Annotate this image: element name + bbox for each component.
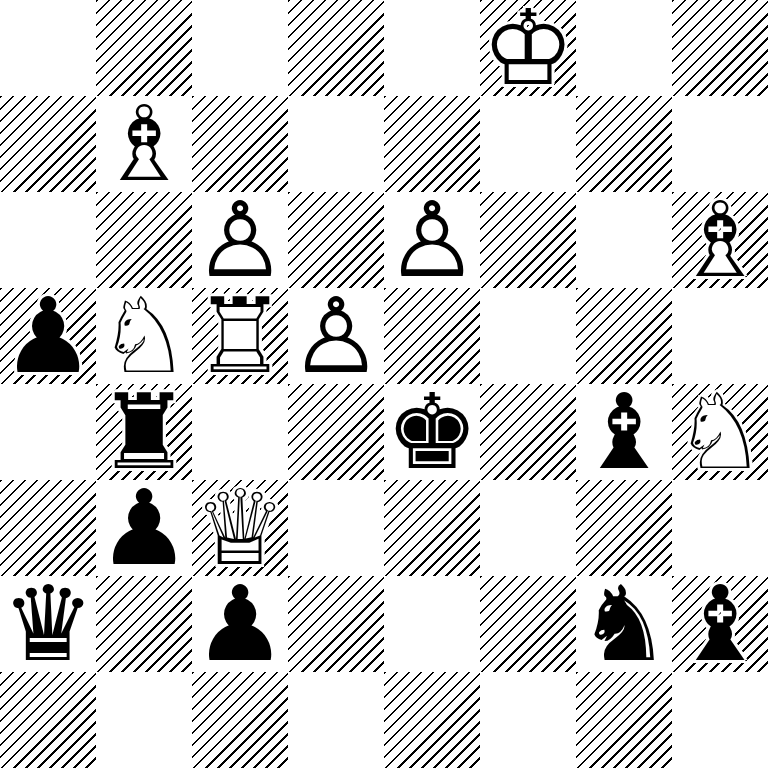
- piece-glyph: ♟: [96, 480, 192, 576]
- square-c3[interactable]: ♛♕: [192, 480, 288, 576]
- white-knight-b5: ♞♘: [96, 288, 192, 384]
- square-h4[interactable]: ♞♘: [672, 384, 768, 480]
- square-d5[interactable]: ♟♙: [288, 288, 384, 384]
- square-e1[interactable]: [384, 672, 480, 768]
- square-a5[interactable]: ♟♟: [0, 288, 96, 384]
- piece-glyph: ♙: [192, 192, 288, 288]
- square-g5[interactable]: [576, 288, 672, 384]
- piece-glyph: ♗: [96, 96, 192, 192]
- square-e7[interactable]: [384, 96, 480, 192]
- white-pawn-d5: ♟♙: [288, 288, 384, 384]
- white-bishop-b7: ♝♗: [96, 96, 192, 192]
- square-b5[interactable]: ♞♘: [96, 288, 192, 384]
- square-c8[interactable]: [192, 0, 288, 96]
- square-d1[interactable]: [288, 672, 384, 768]
- square-c7[interactable]: [192, 96, 288, 192]
- square-a4[interactable]: [0, 384, 96, 480]
- white-bishop-h6: ♝♗: [672, 192, 768, 288]
- square-g1[interactable]: [576, 672, 672, 768]
- square-h3[interactable]: [672, 480, 768, 576]
- black-pawn-c2: ♟♟: [192, 576, 288, 672]
- white-queen-c3: ♛♕: [192, 480, 288, 576]
- square-d3[interactable]: [288, 480, 384, 576]
- square-a1[interactable]: [0, 672, 96, 768]
- white-knight-h4: ♞♘: [672, 384, 768, 480]
- square-e6[interactable]: ♟♙: [384, 192, 480, 288]
- black-queen-a2: ♛♛: [0, 576, 96, 672]
- square-h5[interactable]: [672, 288, 768, 384]
- square-a3[interactable]: [0, 480, 96, 576]
- black-bishop-g4: ♝♝: [576, 384, 672, 480]
- square-b2[interactable]: [96, 576, 192, 672]
- square-e2[interactable]: [384, 576, 480, 672]
- piece-glyph: ♚: [384, 384, 480, 480]
- square-d7[interactable]: [288, 96, 384, 192]
- square-h2[interactable]: ♝♝: [672, 576, 768, 672]
- square-c6[interactable]: ♟♙: [192, 192, 288, 288]
- square-b8[interactable]: [96, 0, 192, 96]
- piece-glyph: ♝: [576, 384, 672, 480]
- square-f3[interactable]: [480, 480, 576, 576]
- square-c4[interactable]: [192, 384, 288, 480]
- square-g6[interactable]: [576, 192, 672, 288]
- black-rook-b4: ♜♜: [96, 384, 192, 480]
- square-a8[interactable]: [0, 0, 96, 96]
- square-h7[interactable]: [672, 96, 768, 192]
- square-g3[interactable]: [576, 480, 672, 576]
- piece-glyph: ♟: [192, 576, 288, 672]
- white-pawn-c6: ♟♙: [192, 192, 288, 288]
- black-pawn-a5: ♟♟: [0, 288, 96, 384]
- square-a7[interactable]: [0, 96, 96, 192]
- piece-glyph: ♜: [96, 384, 192, 480]
- square-b3[interactable]: ♟♟: [96, 480, 192, 576]
- black-knight-g2: ♞♞: [576, 576, 672, 672]
- square-f8[interactable]: ♚♔: [480, 0, 576, 96]
- square-b6[interactable]: [96, 192, 192, 288]
- piece-glyph: ♕: [192, 480, 288, 576]
- square-f7[interactable]: [480, 96, 576, 192]
- square-b7[interactable]: ♝♗: [96, 96, 192, 192]
- square-f5[interactable]: [480, 288, 576, 384]
- piece-glyph: ♝: [672, 576, 768, 672]
- square-d8[interactable]: [288, 0, 384, 96]
- white-king-f8: ♚♔: [480, 0, 576, 96]
- square-d6[interactable]: [288, 192, 384, 288]
- square-g4[interactable]: ♝♝: [576, 384, 672, 480]
- white-pawn-e6: ♟♙: [384, 192, 480, 288]
- square-h8[interactable]: [672, 0, 768, 96]
- square-e3[interactable]: [384, 480, 480, 576]
- piece-glyph: ♛: [0, 576, 96, 672]
- black-king-e4: ♚♚: [384, 384, 480, 480]
- square-e8[interactable]: [384, 0, 480, 96]
- piece-glyph: ♞: [576, 576, 672, 672]
- square-b1[interactable]: [96, 672, 192, 768]
- square-c5[interactable]: ♜♖: [192, 288, 288, 384]
- piece-glyph: ♙: [288, 288, 384, 384]
- square-d2[interactable]: [288, 576, 384, 672]
- square-c2[interactable]: ♟♟: [192, 576, 288, 672]
- square-e4[interactable]: ♚♚: [384, 384, 480, 480]
- square-f6[interactable]: [480, 192, 576, 288]
- white-rook-c5: ♜♖: [192, 288, 288, 384]
- chess-diagram: ♚♔♝♗♟♙♟♙♝♗♟♟♞♘♜♖♟♙♜♜♚♚♝♝♞♘♟♟♛♕♛♛♟♟♞♞♝♝: [0, 0, 768, 768]
- square-g8[interactable]: [576, 0, 672, 96]
- square-e5[interactable]: [384, 288, 480, 384]
- piece-glyph: ♙: [384, 192, 480, 288]
- piece-glyph: ♖: [192, 288, 288, 384]
- square-h6[interactable]: ♝♗: [672, 192, 768, 288]
- piece-glyph: ♘: [96, 288, 192, 384]
- square-c1[interactable]: [192, 672, 288, 768]
- piece-glyph: ♘: [672, 384, 768, 480]
- square-a6[interactable]: [0, 192, 96, 288]
- square-f1[interactable]: [480, 672, 576, 768]
- black-pawn-b3: ♟♟: [96, 480, 192, 576]
- square-h1[interactable]: [672, 672, 768, 768]
- square-g2[interactable]: ♞♞: [576, 576, 672, 672]
- square-g7[interactable]: [576, 96, 672, 192]
- piece-glyph: ♗: [672, 192, 768, 288]
- chess-board: ♚♔♝♗♟♙♟♙♝♗♟♟♞♘♜♖♟♙♜♜♚♚♝♝♞♘♟♟♛♕♛♛♟♟♞♞♝♝: [0, 0, 768, 768]
- square-b4[interactable]: ♜♜: [96, 384, 192, 480]
- black-bishop-h2: ♝♝: [672, 576, 768, 672]
- square-f4[interactable]: [480, 384, 576, 480]
- piece-glyph: ♔: [480, 0, 576, 96]
- square-f2[interactable]: [480, 576, 576, 672]
- piece-glyph: ♟: [0, 288, 96, 384]
- square-a2[interactable]: ♛♛: [0, 576, 96, 672]
- square-d4[interactable]: [288, 384, 384, 480]
